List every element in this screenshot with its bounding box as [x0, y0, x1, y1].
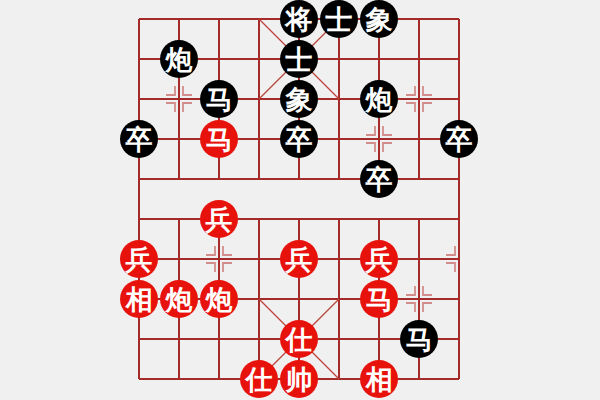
piece-black-elephant[interactable]: 象 — [360, 0, 398, 38]
piece-red-advisor[interactable]: 仕 — [240, 360, 278, 398]
piece-layer: 将士象炮士马象炮卒马卒卒卒兵兵兵兵相炮炮马仕马仕帅相 — [119, 0, 479, 399]
piece-black-horse[interactable]: 马 — [200, 80, 238, 118]
piece-black-cannon[interactable]: 炮 — [360, 80, 398, 118]
piece-red-elephant[interactable]: 相 — [360, 360, 398, 398]
piece-red-horse[interactable]: 马 — [200, 120, 238, 158]
piece-red-horse[interactable]: 马 — [360, 280, 398, 318]
piece-red-elephant[interactable]: 相 — [120, 280, 158, 318]
piece-black-soldier[interactable]: 卒 — [440, 120, 478, 158]
piece-red-soldier[interactable]: 兵 — [200, 200, 238, 238]
piece-black-advisor[interactable]: 士 — [280, 40, 318, 78]
piece-black-soldier[interactable]: 卒 — [360, 160, 398, 198]
piece-red-advisor[interactable]: 仕 — [280, 320, 318, 358]
piece-black-soldier[interactable]: 卒 — [280, 120, 318, 158]
piece-red-cannon[interactable]: 炮 — [200, 280, 238, 318]
xiangqi-app: 将士象炮士马象炮卒马卒卒卒兵兵兵兵相炮炮马仕马仕帅相 — [0, 0, 600, 400]
piece-red-soldier[interactable]: 兵 — [120, 240, 158, 278]
piece-black-general[interactable]: 将 — [280, 0, 318, 38]
piece-black-elephant[interactable]: 象 — [280, 80, 318, 118]
piece-red-cannon[interactable]: 炮 — [160, 280, 198, 318]
piece-black-cannon[interactable]: 炮 — [160, 40, 198, 78]
piece-black-advisor[interactable]: 士 — [320, 0, 358, 38]
piece-red-soldier[interactable]: 兵 — [360, 240, 398, 278]
piece-red-soldier[interactable]: 兵 — [280, 240, 318, 278]
piece-black-soldier[interactable]: 卒 — [120, 120, 158, 158]
piece-red-general[interactable]: 帅 — [280, 360, 318, 398]
piece-black-horse[interactable]: 马 — [400, 320, 438, 358]
